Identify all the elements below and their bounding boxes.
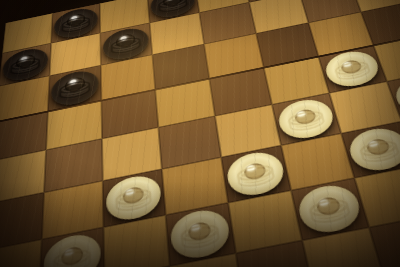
white-draughts-man-glyph: ⛂: [177, 210, 224, 259]
white-draughts-man-glyph: ⛂: [353, 128, 400, 171]
white-draughts-man-glyph: ⛂: [303, 185, 356, 233]
black-draughts-man-glyph: ⛂: [8, 48, 43, 81]
white-man-piece[interactable]: ⛂: [343, 122, 400, 176]
white-draughts-man-glyph: ⛂: [50, 234, 93, 267]
board: ⛂⛂⛂⛂⛂⛂⛂⛂⛂⛂⛂⛂⛂⛂⛂: [0, 0, 400, 267]
black-draughts-man-glyph: ⛂: [59, 8, 92, 38]
white-draughts-man-glyph: ⛂: [232, 152, 279, 196]
white-draughts-man-glyph: ⛂: [329, 51, 376, 88]
black-draughts-man-glyph: ⛂: [109, 28, 144, 60]
white-draughts-man-glyph: ⛂: [282, 99, 329, 139]
checkers-board-photo: ⛂⛂⛂⛂⛂⛂⛂⛂⛂⛂⛂⛂⛂⛂⛂: [0, 0, 400, 267]
black-draughts-man-glyph: ⛂: [57, 71, 92, 106]
white-draughts-man-glyph: ⛂: [113, 176, 155, 221]
